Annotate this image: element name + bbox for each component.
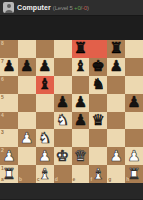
player-level-info: (Level 5 +0/-0): [53, 5, 89, 11]
square-f8[interactable]: [89, 40, 107, 58]
rank-label-5: 5: [1, 95, 4, 100]
black-bishop-e7[interactable]: ♝: [74, 59, 87, 74]
black-pawn-b7[interactable]: ♟: [20, 59, 33, 74]
black-knight-f6[interactable]: ♞: [92, 77, 105, 92]
square-g1[interactable]: g: [107, 165, 125, 183]
square-f7[interactable]: ♚: [89, 58, 107, 76]
square-a2[interactable]: 2♟: [0, 147, 18, 165]
black-pawn-e4[interactable]: ♟: [74, 112, 87, 127]
black-pawn-g7[interactable]: ♟: [109, 59, 122, 74]
square-g3[interactable]: [107, 129, 125, 147]
white-rook-h1[interactable]: ♜: [127, 166, 140, 181]
square-e5[interactable]: ♟: [72, 94, 90, 112]
square-b8[interactable]: [18, 40, 36, 58]
white-pawn-b3[interactable]: ♟: [20, 130, 33, 145]
square-b6[interactable]: [18, 76, 36, 94]
rank-label-4: 4: [1, 113, 4, 118]
white-bishop-c1[interactable]: ♝: [38, 166, 51, 181]
square-b1[interactable]: b: [18, 165, 36, 183]
square-c2[interactable]: ♟: [36, 147, 54, 165]
black-pawn-d5[interactable]: ♟: [56, 95, 69, 110]
level-suffix: ): [87, 5, 89, 11]
avatar-head-shape: [7, 4, 11, 8]
square-h6[interactable]: [125, 76, 143, 94]
square-e8[interactable]: ♜: [72, 40, 90, 58]
square-c6[interactable]: ♝: [36, 76, 54, 94]
file-label-e: e: [73, 177, 76, 182]
square-e7[interactable]: ♝: [72, 58, 90, 76]
rank-label-6: 6: [1, 77, 4, 82]
avatar-torso-shape: [5, 10, 13, 13]
square-a6[interactable]: 6: [0, 76, 18, 94]
square-b4[interactable]: [18, 112, 36, 130]
white-knight-c3[interactable]: ♞: [38, 130, 51, 145]
square-e1[interactable]: e: [72, 165, 90, 183]
square-g5[interactable]: [107, 94, 125, 112]
level-prefix: (Level 5: [53, 5, 74, 11]
chess-app-window: Computer (Level 5 +0/-0) 8♜♜7♟♟♟♝♚♟6♝♞5♟…: [0, 0, 143, 200]
square-b2[interactable]: [18, 147, 36, 165]
square-c4[interactable]: [36, 112, 54, 130]
square-g6[interactable]: [107, 76, 125, 94]
square-d3[interactable]: [54, 129, 72, 147]
white-knight-d4[interactable]: ♞: [56, 112, 69, 127]
square-c5[interactable]: [36, 94, 54, 112]
square-b3[interactable]: ♟: [18, 129, 36, 147]
black-rook-e8[interactable]: ♜: [74, 41, 87, 56]
white-queen-e2[interactable]: ♛: [74, 148, 87, 163]
black-pawn-e5[interactable]: ♟: [74, 95, 87, 110]
square-h8[interactable]: [125, 40, 143, 58]
player-header: Computer (Level 5 +0/-0): [0, 0, 143, 16]
square-e6[interactable]: [72, 76, 90, 94]
square-e3[interactable]: [72, 129, 90, 147]
square-f2[interactable]: [89, 147, 107, 165]
square-h5[interactable]: ♟: [125, 94, 143, 112]
white-pawn-h2[interactable]: ♟: [127, 148, 140, 163]
square-g7[interactable]: ♟: [107, 58, 125, 76]
square-d6[interactable]: [54, 76, 72, 94]
black-pawn-a7[interactable]: ♟: [2, 59, 15, 74]
file-label-d: d: [55, 177, 58, 182]
square-a4[interactable]: 4: [0, 112, 18, 130]
square-h2[interactable]: ♟: [125, 147, 143, 165]
square-c7[interactable]: ♟: [36, 58, 54, 76]
rank-label-8: 8: [1, 41, 4, 46]
bottom-bar: [0, 183, 143, 199]
file-label-g: g: [108, 177, 111, 182]
square-d2[interactable]: ♚: [54, 147, 72, 165]
black-pawn-h5[interactable]: ♟: [127, 95, 140, 110]
square-f5[interactable]: [89, 94, 107, 112]
square-f4[interactable]: ♛: [89, 112, 107, 130]
square-g8[interactable]: ♜: [107, 40, 125, 58]
black-queen-f4[interactable]: ♛: [92, 112, 105, 127]
white-rook-a1[interactable]: ♜: [2, 166, 15, 181]
chess-board: 8♜♜7♟♟♟♝♚♟6♝♞5♟♟♟4♞♟♛3♟♞2♟♟♚♛♟♟1a♜bc♝def…: [0, 40, 143, 183]
square-c1[interactable]: c♝: [36, 165, 54, 183]
square-b5[interactable]: [18, 94, 36, 112]
white-pawn-g2[interactable]: ♟: [109, 148, 122, 163]
square-d8[interactable]: [54, 40, 72, 58]
square-a5[interactable]: 5: [0, 94, 18, 112]
square-e2[interactable]: ♛: [72, 147, 90, 165]
square-f1[interactable]: f♝: [89, 165, 107, 183]
square-h4[interactable]: [125, 112, 143, 130]
square-a3[interactable]: 3: [0, 129, 18, 147]
square-a8[interactable]: 8: [0, 40, 18, 58]
square-c3[interactable]: ♞: [36, 129, 54, 147]
white-pawn-c2[interactable]: ♟: [38, 148, 51, 163]
square-d7[interactable]: [54, 58, 72, 76]
square-c8[interactable]: [36, 40, 54, 58]
spacer-above-board: [0, 16, 143, 40]
square-b7[interactable]: ♟: [18, 58, 36, 76]
square-e4[interactable]: ♟: [72, 112, 90, 130]
square-d4[interactable]: ♞: [54, 112, 72, 130]
rank-label-3: 3: [1, 130, 4, 135]
white-king-d2[interactable]: ♚: [56, 148, 69, 163]
black-king-f7[interactable]: ♚: [92, 59, 105, 74]
file-label-b: b: [19, 177, 22, 182]
black-pawn-c7[interactable]: ♟: [38, 59, 51, 74]
square-f3[interactable]: [89, 129, 107, 147]
square-a1[interactable]: 1a♜: [0, 165, 18, 183]
player-name: Computer: [17, 4, 51, 11]
black-rook-g8[interactable]: ♜: [109, 41, 122, 56]
square-h3[interactable]: [125, 129, 143, 147]
black-bishop-c6[interactable]: ♝: [38, 77, 51, 92]
square-h1[interactable]: h♜: [125, 165, 143, 183]
square-a7[interactable]: 7♟: [0, 58, 18, 76]
player-title: Computer (Level 5 +0/-0): [17, 4, 89, 11]
square-d5[interactable]: ♟: [54, 94, 72, 112]
square-g2[interactable]: ♟: [107, 147, 125, 165]
computer-avatar-icon: [3, 2, 14, 13]
square-g4[interactable]: [107, 112, 125, 130]
white-bishop-f1[interactable]: ♝: [92, 166, 105, 181]
square-d1[interactable]: d: [54, 165, 72, 183]
square-f6[interactable]: ♞: [89, 76, 107, 94]
white-pawn-a2[interactable]: ♟: [2, 148, 15, 163]
square-h7[interactable]: [125, 58, 143, 76]
